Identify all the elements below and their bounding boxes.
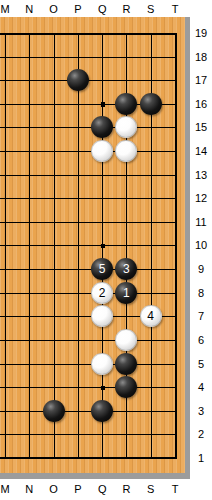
row-label-1: 1 xyxy=(191,450,211,466)
row-label-10: 10 xyxy=(191,237,211,253)
move-number: 5 xyxy=(99,263,106,275)
stone-black-R16 xyxy=(115,93,137,115)
row-label-9: 9 xyxy=(191,261,211,277)
col-label-bottom-N: N xyxy=(20,481,38,497)
stone-black-S16 xyxy=(140,93,162,115)
stone-black-R9: 3 xyxy=(115,258,137,280)
go-board[interactable]: 53214 xyxy=(0,17,185,473)
row-label-15: 15 xyxy=(191,119,211,135)
move-number: 3 xyxy=(123,263,130,275)
row-label-18: 18 xyxy=(191,49,211,65)
col-label-bottom-M: M xyxy=(0,481,14,497)
stone-white-R6 xyxy=(115,329,137,351)
stone-grid: 53214 xyxy=(0,21,187,470)
row-label-7: 7 xyxy=(191,308,211,324)
row-label-6: 6 xyxy=(191,332,211,348)
move-number: 1 xyxy=(123,287,130,299)
col-label-top-P: P xyxy=(69,1,87,17)
stone-white-R15 xyxy=(115,116,137,138)
stone-white-Q5 xyxy=(91,353,113,375)
stone-black-R4 xyxy=(115,376,137,398)
row-label-13: 13 xyxy=(191,167,211,183)
row-label-2: 2 xyxy=(191,426,211,442)
row-label-4: 4 xyxy=(191,379,211,395)
stone-white-Q7 xyxy=(91,305,113,327)
col-label-top-N: N xyxy=(20,1,38,17)
stone-black-Q9: 5 xyxy=(91,258,113,280)
col-label-top-T: T xyxy=(166,1,184,17)
move-number: 4 xyxy=(147,310,154,322)
col-label-top-O: O xyxy=(45,1,63,17)
stone-white-R14 xyxy=(115,140,137,162)
col-label-top-M: M xyxy=(0,1,14,17)
row-label-8: 8 xyxy=(191,285,211,301)
move-number: 2 xyxy=(99,287,106,299)
stone-white-S7: 4 xyxy=(140,305,162,327)
col-label-bottom-Q: Q xyxy=(93,481,111,497)
col-label-top-R: R xyxy=(117,1,135,17)
row-label-19: 19 xyxy=(191,25,211,41)
stone-black-R8: 1 xyxy=(115,282,137,304)
row-label-16: 16 xyxy=(191,96,211,112)
row-label-14: 14 xyxy=(191,143,211,159)
col-label-bottom-P: P xyxy=(69,481,87,497)
col-label-bottom-O: O xyxy=(45,481,63,497)
stone-white-Q8: 2 xyxy=(91,282,113,304)
col-label-bottom-T: T xyxy=(166,481,184,497)
row-label-12: 12 xyxy=(191,190,211,206)
row-label-5: 5 xyxy=(191,356,211,372)
stone-black-Q3 xyxy=(91,400,113,422)
stone-white-Q14 xyxy=(91,140,113,162)
col-label-top-S: S xyxy=(142,1,160,17)
board-shadow-bottom xyxy=(0,473,190,479)
col-label-bottom-S: S xyxy=(142,481,160,497)
stone-black-R5 xyxy=(115,353,137,375)
stone-black-P17 xyxy=(67,69,89,91)
row-label-11: 11 xyxy=(191,214,211,230)
row-label-17: 17 xyxy=(191,72,211,88)
col-label-bottom-R: R xyxy=(117,481,135,497)
stone-black-O3 xyxy=(43,400,65,422)
stone-black-Q15 xyxy=(91,116,113,138)
go-diagram-screen: MNOPQRST 53214 1918171615141312111098765… xyxy=(0,0,212,500)
board-shadow-right xyxy=(185,17,190,479)
col-label-top-Q: Q xyxy=(93,1,111,17)
row-label-3: 3 xyxy=(191,403,211,419)
